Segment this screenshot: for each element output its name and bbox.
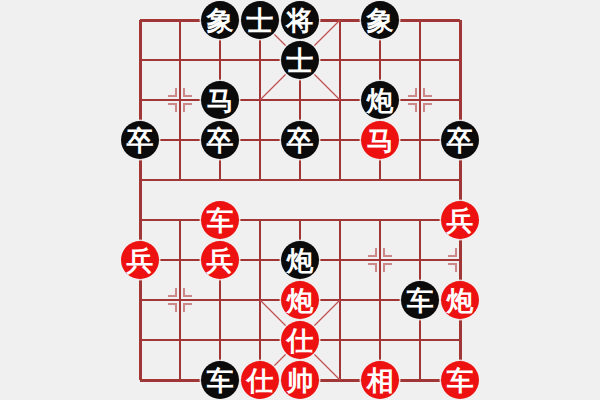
piece-red-soldier[interactable]: 兵 [201,241,239,279]
piece-red-advisor[interactable]: 仕 [281,321,319,359]
piece-red-horse[interactable]: 马 [361,121,399,159]
piece-black-advisor[interactable]: 士 [281,41,319,79]
piece-black-elephant[interactable]: 象 [201,1,239,39]
piece-black-cannon[interactable]: 炮 [361,81,399,119]
piece-black-soldier[interactable]: 卒 [201,121,239,159]
piece-black-general[interactable]: 将 [281,1,319,39]
piece-black-chariot[interactable]: 车 [201,361,239,399]
piece-red-soldier[interactable]: 兵 [441,201,479,239]
piece-black-chariot[interactable]: 车 [401,281,439,319]
piece-red-cannon[interactable]: 炮 [281,281,319,319]
pieces-layer: 象士将象士马炮卒卒卒马卒车兵兵兵炮炮车炮仕车仕帅相车 [120,0,480,400]
piece-red-advisor[interactable]: 仕 [241,361,279,399]
piece-black-soldier[interactable]: 卒 [441,121,479,159]
piece-red-chariot[interactable]: 车 [441,361,479,399]
piece-black-advisor[interactable]: 士 [241,1,279,39]
piece-black-cannon[interactable]: 炮 [281,241,319,279]
xiangqi-board: 象士将象士马炮卒卒卒马卒车兵兵兵炮炮车炮仕车仕帅相车 [0,0,600,400]
piece-black-soldier[interactable]: 卒 [121,121,159,159]
piece-black-soldier[interactable]: 卒 [281,121,319,159]
piece-black-horse[interactable]: 马 [201,81,239,119]
piece-red-general[interactable]: 帅 [281,361,319,399]
piece-red-chariot[interactable]: 车 [201,201,239,239]
piece-red-soldier[interactable]: 兵 [121,241,159,279]
piece-red-elephant[interactable]: 相 [361,361,399,399]
piece-black-elephant[interactable]: 象 [361,1,399,39]
piece-red-cannon[interactable]: 炮 [441,281,479,319]
